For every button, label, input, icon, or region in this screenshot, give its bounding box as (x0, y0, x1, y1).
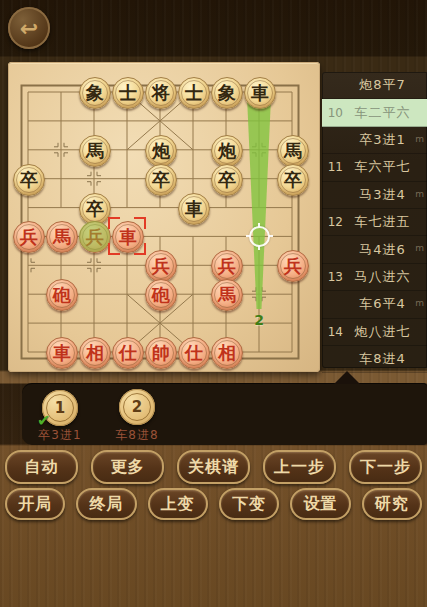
variation-badge-2[interactable]: 2 (119, 389, 155, 425)
variation-arrow-2-label: 2 (249, 312, 269, 328)
piece-black-車[interactable]: 車 (244, 77, 276, 109)
control-button-row-1: 自动更多关棋谱上一步下一步 (5, 450, 422, 484)
control-button-下一步[interactable]: 下一步 (349, 450, 422, 484)
move-row-车二平六[interactable]: 10车二平六 (322, 99, 427, 126)
control-button-下变[interactable]: 下变 (219, 488, 279, 520)
piece-red-仕[interactable]: 仕 (178, 337, 210, 369)
move-text: 炮八进七 (346, 323, 419, 341)
piece-black-卒[interactable]: 卒 (145, 164, 177, 196)
control-button-关棋谱[interactable]: 关棋谱 (177, 450, 250, 484)
move-annotation-mark: m (415, 189, 424, 199)
move-annotation-mark: m (415, 243, 424, 253)
control-button-上变[interactable]: 上变 (148, 488, 208, 520)
piece-red-相[interactable]: 相 (79, 337, 111, 369)
move-number: 14 (322, 325, 343, 339)
move-text: 车二平六 (346, 104, 419, 122)
piece-red-車[interactable]: 車 (46, 337, 78, 369)
move-row-车七进五[interactable]: 12车七进五 (322, 209, 427, 236)
variation-badge-1[interactable]: 1✔ (42, 390, 78, 426)
move-text: 马八进六 (346, 268, 419, 286)
move-list-scroll-chevron-icon[interactable] (334, 371, 360, 384)
control-button-自动[interactable]: 自动 (5, 450, 78, 484)
piece-red-帥[interactable]: 帥 (145, 337, 177, 369)
piece-red-馬[interactable]: 馬 (211, 279, 243, 311)
piece-red-仕[interactable]: 仕 (112, 337, 144, 369)
piece-black-炮[interactable]: 炮 (211, 135, 243, 167)
move-text: 卒3进1 (346, 131, 419, 149)
piece-black-象[interactable]: 象 (79, 77, 111, 109)
move-row-车8进4[interactable]: 车8进4 (322, 346, 427, 373)
xiangqi-app-screen: ↩ 象士将士象車馬炮炮馬卒卒卒卒卒車兵馬兵車兵兵兵砲砲馬車相仕帥仕相 2 炮8平… (0, 0, 427, 607)
move-number: 10 (322, 106, 343, 120)
piece-red-相[interactable]: 相 (211, 337, 243, 369)
move-text: 车6平4 (346, 295, 419, 313)
move-row-炮8平7[interactable]: 炮8平7 (322, 72, 427, 99)
piece-black-士[interactable]: 士 (112, 77, 144, 109)
move-text: 车六平七 (346, 158, 419, 176)
xiangqi-board[interactable]: 象士将士象車馬炮炮馬卒卒卒卒卒車兵馬兵車兵兵兵砲砲馬車相仕帥仕相 2 (8, 62, 320, 372)
move-row-炮八进七[interactable]: 14炮八进七 (322, 319, 427, 346)
control-button-研究[interactable]: 研究 (362, 488, 422, 520)
back-button[interactable]: ↩ (8, 7, 50, 49)
piece-black-卒[interactable]: 卒 (277, 164, 309, 196)
move-text: 车8进4 (346, 350, 419, 368)
piece-black-卒[interactable]: 卒 (211, 164, 243, 196)
move-number: 13 (322, 270, 343, 284)
piece-black-卒[interactable]: 卒 (79, 193, 111, 225)
move-row-车六平七[interactable]: 11车六平七 (322, 154, 427, 181)
piece-black-車[interactable]: 車 (178, 193, 210, 225)
control-button-设置[interactable]: 设置 (290, 488, 350, 520)
variation-tray: 1✔卒3进12车8进8 (22, 383, 427, 445)
piece-black-象[interactable]: 象 (211, 77, 243, 109)
control-button-开局[interactable]: 开局 (5, 488, 65, 520)
move-text: 马3进4 (346, 186, 419, 204)
target-reticle-marker (249, 226, 270, 247)
piece-red-砲[interactable]: 砲 (145, 279, 177, 311)
piece-red-砲[interactable]: 砲 (46, 279, 78, 311)
back-arrow-icon: ↩ (20, 16, 38, 41)
move-row-卒3进1[interactable]: 卒3进1m (322, 127, 427, 154)
control-button-row-2: 开局终局上变下变设置研究 (5, 488, 422, 520)
move-annotation-mark: m (415, 298, 424, 308)
move-number: 11 (322, 160, 343, 174)
control-button-上一步[interactable]: 上一步 (263, 450, 336, 484)
move-row-马3进4[interactable]: 马3进4m (322, 182, 427, 209)
control-button-更多[interactable]: 更多 (91, 450, 164, 484)
piece-black-将[interactable]: 将 (145, 77, 177, 109)
variation-label-1: 卒3进1 (25, 427, 95, 444)
control-button-终局[interactable]: 终局 (76, 488, 136, 520)
move-text: 炮8平7 (346, 76, 419, 94)
move-text: 马4进6 (346, 241, 419, 259)
move-annotation-mark: m (415, 134, 424, 144)
move-row-马八进六[interactable]: 13马八进六 (322, 264, 427, 291)
move-text: 车七进五 (346, 213, 419, 231)
move-row-车6平4[interactable]: 车6平4m (322, 291, 427, 318)
move-row-马4进6[interactable]: 马4进6m (322, 236, 427, 263)
piece-black-馬[interactable]: 馬 (79, 135, 111, 167)
move-list-panel[interactable]: 炮8平710车二平六卒3进1m11车六平七马3进4m12车七进五马4进6m13马… (322, 72, 427, 368)
move-number: 12 (322, 215, 343, 229)
piece-black-卒[interactable]: 卒 (13, 164, 45, 196)
piece-black-馬[interactable]: 馬 (277, 135, 309, 167)
variation-arrow-2 (247, 97, 271, 309)
piece-black-士[interactable]: 士 (178, 77, 210, 109)
variation-label-2: 车8进8 (102, 427, 172, 444)
piece-black-炮[interactable]: 炮 (145, 135, 177, 167)
